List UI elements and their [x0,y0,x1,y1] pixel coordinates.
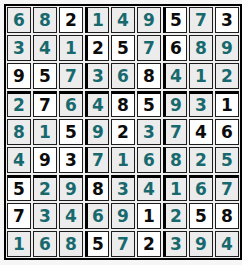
cell-r2c8[interactable]: 8 [189,35,213,61]
cell-r4c3[interactable]: 6 [59,91,83,117]
cell-r6c9[interactable]: 5 [215,147,239,173]
cell-r6c2[interactable]: 9 [33,147,57,173]
cell-r4c2[interactable]: 7 [33,91,57,117]
cell-r1c1[interactable]: 6 [7,7,31,33]
cell-r1c9[interactable]: 3 [215,7,239,33]
cell-r3c6[interactable]: 8 [137,63,161,89]
cell-r7c5[interactable]: 3 [111,175,135,201]
cell-r3c1[interactable]: 9 [7,63,31,89]
cell-r4c9[interactable]: 1 [215,91,239,117]
cell-r9c9[interactable]: 4 [215,231,239,257]
cell-r1c4[interactable]: 1 [85,7,109,33]
cell-r3c3[interactable]: 7 [59,63,83,89]
cell-r9c1[interactable]: 1 [7,231,31,257]
sudoku-board: 6821495733412576899573684122764859318159… [4,4,242,260]
cell-r8c6[interactable]: 1 [137,203,161,229]
cell-r1c3[interactable]: 2 [59,7,83,33]
cell-r8c2[interactable]: 3 [33,203,57,229]
cell-r3c9[interactable]: 2 [215,63,239,89]
cell-r2c2[interactable]: 4 [33,35,57,61]
cell-r9c3[interactable]: 8 [59,231,83,257]
cell-r4c7[interactable]: 9 [163,91,187,117]
cell-r6c1[interactable]: 4 [7,147,31,173]
cell-r7c4[interactable]: 8 [85,175,109,201]
cell-r8c9[interactable]: 8 [215,203,239,229]
cell-r9c2[interactable]: 6 [33,231,57,257]
cell-r2c6[interactable]: 7 [137,35,161,61]
cell-r7c9[interactable]: 7 [215,175,239,201]
cell-r6c6[interactable]: 6 [137,147,161,173]
cell-r6c5[interactable]: 1 [111,147,135,173]
cell-r6c3[interactable]: 3 [59,147,83,173]
cell-r8c1[interactable]: 7 [7,203,31,229]
cell-r4c5[interactable]: 8 [111,91,135,117]
cell-r1c2[interactable]: 8 [33,7,57,33]
cell-r8c5[interactable]: 9 [111,203,135,229]
cell-r5c8[interactable]: 4 [189,119,213,145]
cell-r5c6[interactable]: 3 [137,119,161,145]
cell-r3c7[interactable]: 4 [163,63,187,89]
cell-r8c4[interactable]: 6 [85,203,109,229]
cell-r7c6[interactable]: 4 [137,175,161,201]
cell-r5c5[interactable]: 2 [111,119,135,145]
cell-r9c7[interactable]: 3 [163,231,187,257]
cell-r4c1[interactable]: 2 [7,91,31,117]
cell-r3c5[interactable]: 6 [111,63,135,89]
cell-r6c4[interactable]: 7 [85,147,109,173]
cell-r9c8[interactable]: 9 [189,231,213,257]
cell-r3c8[interactable]: 1 [189,63,213,89]
cell-r1c7[interactable]: 5 [163,7,187,33]
cell-r2c9[interactable]: 9 [215,35,239,61]
cell-r5c3[interactable]: 5 [59,119,83,145]
cell-r5c7[interactable]: 7 [163,119,187,145]
cell-r2c4[interactable]: 2 [85,35,109,61]
cell-r7c8[interactable]: 6 [189,175,213,201]
cell-r8c3[interactable]: 4 [59,203,83,229]
cell-r2c1[interactable]: 3 [7,35,31,61]
cell-r6c7[interactable]: 8 [163,147,187,173]
cell-r9c6[interactable]: 2 [137,231,161,257]
cell-r4c8[interactable]: 3 [189,91,213,117]
cell-r5c9[interactable]: 6 [215,119,239,145]
cell-r5c1[interactable]: 8 [7,119,31,145]
cell-r9c5[interactable]: 7 [111,231,135,257]
cell-r7c2[interactable]: 2 [33,175,57,201]
cell-r2c3[interactable]: 1 [59,35,83,61]
cell-r5c4[interactable]: 9 [85,119,109,145]
cell-r1c5[interactable]: 4 [111,7,135,33]
page: 6821495733412576899573684122764859318159… [0,0,240,265]
cell-r8c8[interactable]: 5 [189,203,213,229]
cell-r7c7[interactable]: 1 [163,175,187,201]
cell-r9c4[interactable]: 5 [85,231,109,257]
cell-r1c8[interactable]: 7 [189,7,213,33]
cell-r7c1[interactable]: 5 [7,175,31,201]
cell-r7c3[interactable]: 9 [59,175,83,201]
cell-r5c2[interactable]: 1 [33,119,57,145]
cell-r4c4[interactable]: 4 [85,91,109,117]
cell-r8c7[interactable]: 2 [163,203,187,229]
cell-r4c6[interactable]: 5 [137,91,161,117]
cell-r1c6[interactable]: 9 [137,7,161,33]
cell-r2c7[interactable]: 6 [163,35,187,61]
cell-r3c4[interactable]: 3 [85,63,109,89]
cell-r6c8[interactable]: 2 [189,147,213,173]
cell-r2c5[interactable]: 5 [111,35,135,61]
cell-r3c2[interactable]: 5 [33,63,57,89]
